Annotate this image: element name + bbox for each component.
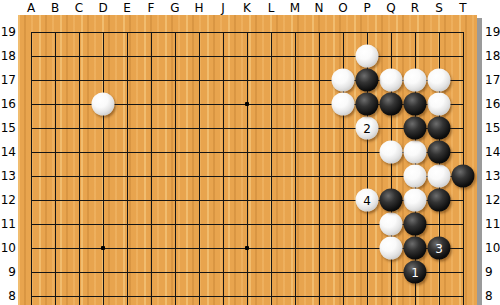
white-stone-R12[interactable] bbox=[404, 189, 427, 212]
row-label-left-18: 18 bbox=[0, 49, 16, 63]
white-stone-O17[interactable] bbox=[332, 69, 355, 92]
move-number-4: 4 bbox=[363, 193, 371, 207]
grid-line-col-J bbox=[223, 32, 224, 305]
row-label-left-11: 11 bbox=[0, 217, 16, 231]
row-label-right-13: 13 bbox=[485, 169, 500, 183]
black-stone-Q12[interactable] bbox=[380, 189, 403, 212]
row-label-right-16: 16 bbox=[485, 97, 500, 111]
row-label-left-19: 19 bbox=[0, 25, 16, 39]
row-label-right-14: 14 bbox=[485, 145, 500, 159]
grid-line-col-B bbox=[55, 32, 56, 305]
black-stone-R10[interactable] bbox=[404, 237, 427, 260]
row-label-right-8: 8 bbox=[485, 289, 500, 303]
black-stone-R9[interactable]: 1 bbox=[404, 261, 427, 284]
grid-line-col-L bbox=[271, 32, 272, 305]
column-label-O: O bbox=[334, 1, 352, 15]
grid-line-col-D bbox=[103, 32, 104, 305]
move-number-3: 3 bbox=[435, 241, 443, 255]
star-point-K16 bbox=[245, 102, 249, 106]
column-label-C: C bbox=[70, 1, 88, 15]
white-stone-S17[interactable] bbox=[428, 69, 451, 92]
black-stone-R11[interactable] bbox=[404, 213, 427, 236]
grid-line-col-K bbox=[247, 32, 248, 305]
row-label-left-17: 17 bbox=[0, 73, 16, 87]
column-label-G: G bbox=[166, 1, 184, 15]
star-point-D10 bbox=[101, 246, 105, 250]
grid-line-col-M bbox=[295, 32, 296, 305]
column-label-F: F bbox=[142, 1, 160, 15]
grid-line-col-E bbox=[127, 32, 128, 305]
row-label-left-15: 15 bbox=[0, 121, 16, 135]
column-label-N: N bbox=[310, 1, 328, 15]
black-stone-R16[interactable] bbox=[404, 93, 427, 116]
row-label-left-13: 13 bbox=[0, 169, 16, 183]
grid-line-col-A bbox=[31, 32, 32, 305]
column-label-K: K bbox=[238, 1, 256, 15]
star-point-K10 bbox=[245, 246, 249, 250]
grid-line-col-F bbox=[151, 32, 152, 305]
grid-line-col-C bbox=[79, 32, 80, 305]
white-stone-S16[interactable] bbox=[428, 93, 451, 116]
row-label-left-8: 8 bbox=[0, 289, 16, 303]
grid-line-col-H bbox=[199, 32, 200, 305]
row-label-right-10: 10 bbox=[485, 241, 500, 255]
row-label-left-9: 9 bbox=[0, 265, 16, 279]
row-label-right-19: 19 bbox=[485, 25, 500, 39]
black-stone-S15[interactable] bbox=[428, 117, 451, 140]
column-label-R: R bbox=[406, 1, 424, 15]
black-stone-R15[interactable] bbox=[404, 117, 427, 140]
grid-line-col-G bbox=[175, 32, 176, 305]
column-label-J: J bbox=[214, 1, 232, 15]
row-label-right-15: 15 bbox=[485, 121, 500, 135]
black-stone-P17[interactable] bbox=[356, 69, 379, 92]
white-stone-O16[interactable] bbox=[332, 93, 355, 116]
column-label-B: B bbox=[46, 1, 64, 15]
white-stone-P18[interactable] bbox=[356, 45, 379, 68]
white-stone-R13[interactable] bbox=[404, 165, 427, 188]
row-label-right-18: 18 bbox=[485, 49, 500, 63]
white-stone-R14[interactable] bbox=[404, 141, 427, 164]
black-stone-T13[interactable] bbox=[452, 165, 475, 188]
row-label-left-16: 16 bbox=[0, 97, 16, 111]
white-stone-P15[interactable]: 2 bbox=[356, 117, 379, 140]
white-stone-Q17[interactable] bbox=[380, 69, 403, 92]
column-label-L: L bbox=[262, 1, 280, 15]
white-stone-Q11[interactable] bbox=[380, 213, 403, 236]
row-label-right-9: 9 bbox=[485, 265, 500, 279]
black-stone-S14[interactable] bbox=[428, 141, 451, 164]
go-app-window: ABCDEFGHJKLMNOPQRST191918181717161615151… bbox=[0, 0, 500, 305]
black-stone-S10[interactable]: 3 bbox=[428, 237, 451, 260]
board-edge-shadow bbox=[477, 18, 482, 305]
row-label-right-12: 12 bbox=[485, 193, 500, 207]
row-label-left-14: 14 bbox=[0, 145, 16, 159]
black-stone-Q16[interactable] bbox=[380, 93, 403, 116]
move-number-2: 2 bbox=[363, 121, 371, 135]
black-stone-S12[interactable] bbox=[428, 189, 451, 212]
white-stone-Q10[interactable] bbox=[380, 237, 403, 260]
column-label-H: H bbox=[190, 1, 208, 15]
column-label-D: D bbox=[94, 1, 112, 15]
move-number-1: 1 bbox=[411, 265, 419, 279]
column-label-A: A bbox=[22, 1, 40, 15]
column-label-Q: Q bbox=[382, 1, 400, 15]
white-stone-Q14[interactable] bbox=[380, 141, 403, 164]
white-stone-D16[interactable] bbox=[92, 93, 115, 116]
column-label-S: S bbox=[430, 1, 448, 15]
row-label-right-11: 11 bbox=[485, 217, 500, 231]
column-label-E: E bbox=[118, 1, 136, 15]
grid-line-col-N bbox=[319, 32, 320, 305]
white-stone-S13[interactable] bbox=[428, 165, 451, 188]
row-label-left-10: 10 bbox=[0, 241, 16, 255]
row-label-right-17: 17 bbox=[485, 73, 500, 87]
column-label-P: P bbox=[358, 1, 376, 15]
column-label-M: M bbox=[286, 1, 304, 15]
white-stone-P12[interactable]: 4 bbox=[356, 189, 379, 212]
black-stone-P16[interactable] bbox=[356, 93, 379, 116]
white-stone-R17[interactable] bbox=[404, 69, 427, 92]
column-label-T: T bbox=[454, 1, 472, 15]
row-label-left-12: 12 bbox=[0, 193, 16, 207]
